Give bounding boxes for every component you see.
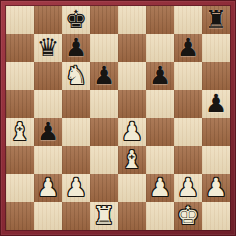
square-b1[interactable] xyxy=(34,202,62,230)
square-f5[interactable] xyxy=(146,90,174,118)
square-a6[interactable] xyxy=(6,62,34,90)
square-b5[interactable] xyxy=(34,90,62,118)
square-e4[interactable]: ♟ xyxy=(118,118,146,146)
white-pawn[interactable]: ♟ xyxy=(37,175,59,200)
square-e7[interactable] xyxy=(118,34,146,62)
square-b7[interactable]: ♛ xyxy=(34,34,62,62)
square-h7[interactable] xyxy=(202,34,230,62)
square-h3[interactable] xyxy=(202,146,230,174)
square-e2[interactable] xyxy=(118,174,146,202)
square-c5[interactable] xyxy=(62,90,90,118)
square-f2[interactable]: ♟ xyxy=(146,174,174,202)
square-b3[interactable] xyxy=(34,146,62,174)
square-g1[interactable]: ♚ xyxy=(174,202,202,230)
white-pawn[interactable]: ♟ xyxy=(65,175,87,200)
white-king[interactable]: ♚ xyxy=(177,203,199,228)
square-g6[interactable] xyxy=(174,62,202,90)
square-a2[interactable] xyxy=(6,174,34,202)
square-d4[interactable] xyxy=(90,118,118,146)
square-d3[interactable] xyxy=(90,146,118,174)
chess-board: ♚♜♛♟♟♞♟♟♟♝♟♟♝♟♟♟♟♟♜♚ xyxy=(6,6,230,230)
square-c3[interactable] xyxy=(62,146,90,174)
square-g2[interactable]: ♟ xyxy=(174,174,202,202)
black-pawn[interactable]: ♟ xyxy=(65,35,87,60)
square-a3[interactable] xyxy=(6,146,34,174)
white-pawn[interactable]: ♟ xyxy=(177,175,199,200)
square-h4[interactable] xyxy=(202,118,230,146)
black-pawn[interactable]: ♟ xyxy=(177,35,199,60)
white-knight[interactable]: ♞ xyxy=(65,63,87,88)
chess-board-frame: ♚♜♛♟♟♞♟♟♟♝♟♟♝♟♟♟♟♟♜♚ xyxy=(0,0,236,236)
square-d2[interactable] xyxy=(90,174,118,202)
square-d7[interactable] xyxy=(90,34,118,62)
black-queen[interactable]: ♛ xyxy=(37,35,59,60)
white-pawn[interactable]: ♟ xyxy=(121,119,143,144)
square-h1[interactable] xyxy=(202,202,230,230)
square-c6[interactable]: ♞ xyxy=(62,62,90,90)
square-f8[interactable] xyxy=(146,6,174,34)
square-f6[interactable]: ♟ xyxy=(146,62,174,90)
square-g7[interactable]: ♟ xyxy=(174,34,202,62)
black-pawn[interactable]: ♟ xyxy=(149,63,171,88)
square-f7[interactable] xyxy=(146,34,174,62)
square-c2[interactable]: ♟ xyxy=(62,174,90,202)
square-d6[interactable]: ♟ xyxy=(90,62,118,90)
square-a1[interactable] xyxy=(6,202,34,230)
square-f3[interactable] xyxy=(146,146,174,174)
square-d8[interactable] xyxy=(90,6,118,34)
square-h8[interactable]: ♜ xyxy=(202,6,230,34)
square-c7[interactable]: ♟ xyxy=(62,34,90,62)
square-e8[interactable] xyxy=(118,6,146,34)
square-h5[interactable]: ♟ xyxy=(202,90,230,118)
white-bishop[interactable]: ♝ xyxy=(9,119,31,144)
square-a4[interactable]: ♝ xyxy=(6,118,34,146)
square-b6[interactable] xyxy=(34,62,62,90)
black-king[interactable]: ♚ xyxy=(65,7,87,32)
white-pawn[interactable]: ♟ xyxy=(205,175,227,200)
square-h2[interactable]: ♟ xyxy=(202,174,230,202)
square-g5[interactable] xyxy=(174,90,202,118)
black-pawn[interactable]: ♟ xyxy=(205,91,227,116)
square-c8[interactable]: ♚ xyxy=(62,6,90,34)
white-pawn[interactable]: ♟ xyxy=(149,175,171,200)
square-c4[interactable] xyxy=(62,118,90,146)
square-b2[interactable]: ♟ xyxy=(34,174,62,202)
black-rook[interactable]: ♜ xyxy=(205,7,227,32)
square-c1[interactable] xyxy=(62,202,90,230)
square-d5[interactable] xyxy=(90,90,118,118)
square-e6[interactable] xyxy=(118,62,146,90)
square-a5[interactable] xyxy=(6,90,34,118)
square-g3[interactable] xyxy=(174,146,202,174)
square-a7[interactable] xyxy=(6,34,34,62)
black-pawn[interactable]: ♟ xyxy=(37,119,59,144)
square-d1[interactable]: ♜ xyxy=(90,202,118,230)
white-bishop[interactable]: ♝ xyxy=(121,147,143,172)
square-h6[interactable] xyxy=(202,62,230,90)
square-b8[interactable] xyxy=(34,6,62,34)
black-pawn[interactable]: ♟ xyxy=(93,63,115,88)
square-e5[interactable] xyxy=(118,90,146,118)
square-f1[interactable] xyxy=(146,202,174,230)
white-rook[interactable]: ♜ xyxy=(93,203,115,228)
square-e1[interactable] xyxy=(118,202,146,230)
square-e3[interactable]: ♝ xyxy=(118,146,146,174)
square-g4[interactable] xyxy=(174,118,202,146)
square-g8[interactable] xyxy=(174,6,202,34)
square-f4[interactable] xyxy=(146,118,174,146)
square-b4[interactable]: ♟ xyxy=(34,118,62,146)
square-a8[interactable] xyxy=(6,6,34,34)
